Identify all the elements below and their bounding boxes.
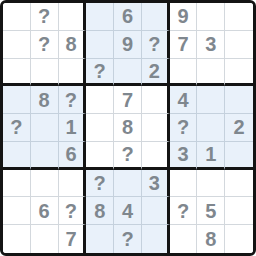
cell-r8c8[interactable]: 5 bbox=[197, 197, 225, 225]
cell-r3c9[interactable] bbox=[225, 59, 253, 87]
cell-r2c7[interactable]: 7 bbox=[170, 31, 198, 59]
given-digit: 6 bbox=[122, 6, 133, 26]
cell-r6c3[interactable]: 6 bbox=[59, 142, 87, 170]
cell-r5c8[interactable] bbox=[197, 114, 225, 142]
hidden-value-mark: ? bbox=[10, 117, 22, 137]
cell-r2c1[interactable] bbox=[3, 31, 31, 59]
cell-r6c5[interactable]: ? bbox=[114, 142, 142, 170]
given-digit: 8 bbox=[205, 229, 216, 249]
given-digit: 8 bbox=[122, 117, 133, 137]
cell-r6c4[interactable] bbox=[86, 142, 114, 170]
cell-r6c6[interactable] bbox=[142, 142, 170, 170]
given-digit: 7 bbox=[65, 229, 76, 249]
cell-r5c1[interactable]: ? bbox=[3, 114, 31, 142]
given-digit: 8 bbox=[65, 34, 76, 54]
cell-r4c1[interactable] bbox=[3, 86, 31, 114]
hidden-value-mark: ? bbox=[148, 34, 160, 54]
cell-r7c9[interactable] bbox=[225, 170, 253, 198]
cell-r3c7[interactable] bbox=[170, 59, 198, 87]
given-digit: 5 bbox=[205, 201, 216, 221]
sudoku-board: ?69?89?73?28?74?18?26?31?36?84?57?8 bbox=[0, 0, 256, 256]
hidden-value-mark: ? bbox=[94, 173, 106, 193]
given-digit: 3 bbox=[205, 34, 216, 54]
cell-r4c8[interactable] bbox=[197, 86, 225, 114]
given-digit: 2 bbox=[149, 61, 160, 81]
cell-r1c7[interactable]: 9 bbox=[170, 3, 198, 31]
cell-r9c4[interactable] bbox=[86, 225, 114, 253]
hidden-value-mark: ? bbox=[65, 90, 77, 110]
cell-r1c6[interactable] bbox=[142, 3, 170, 31]
cell-r1c3[interactable] bbox=[59, 3, 87, 31]
given-digit: 8 bbox=[39, 90, 50, 110]
cell-r7c3[interactable] bbox=[59, 170, 87, 198]
cell-r8c2[interactable]: 6 bbox=[31, 197, 59, 225]
cell-r5c5[interactable]: 8 bbox=[114, 114, 142, 142]
cell-r1c4[interactable] bbox=[86, 3, 114, 31]
hidden-value-mark: ? bbox=[121, 229, 133, 249]
cell-r3c8[interactable] bbox=[197, 59, 225, 87]
cell-r8c3[interactable]: ? bbox=[59, 197, 87, 225]
given-digit: 8 bbox=[94, 201, 105, 221]
hidden-value-mark: ? bbox=[38, 6, 50, 26]
given-digit: 2 bbox=[234, 117, 245, 137]
cell-r3c6[interactable]: 2 bbox=[142, 59, 170, 87]
cell-r7c1[interactable] bbox=[3, 170, 31, 198]
cell-r2c3[interactable]: 8 bbox=[59, 31, 87, 59]
cell-r7c8[interactable] bbox=[197, 170, 225, 198]
cell-r6c7[interactable]: 3 bbox=[170, 142, 198, 170]
cell-r2c2[interactable]: ? bbox=[31, 31, 59, 59]
hidden-value-mark: ? bbox=[38, 34, 50, 54]
cell-r7c6[interactable]: 3 bbox=[142, 170, 170, 198]
hidden-value-mark: ? bbox=[65, 201, 77, 221]
cell-r4c2[interactable]: 8 bbox=[31, 86, 59, 114]
cell-r5c9[interactable]: 2 bbox=[225, 114, 253, 142]
cell-r7c4[interactable]: ? bbox=[86, 170, 114, 198]
cell-r1c1[interactable] bbox=[3, 3, 31, 31]
cell-r4c3[interactable]: ? bbox=[59, 86, 87, 114]
cell-r1c2[interactable]: ? bbox=[31, 3, 59, 31]
cell-r8c9[interactable] bbox=[225, 197, 253, 225]
cell-r5c6[interactable] bbox=[142, 114, 170, 142]
cell-r9c2[interactable] bbox=[31, 225, 59, 253]
cell-r3c1[interactable] bbox=[3, 59, 31, 87]
hidden-value-mark: ? bbox=[94, 61, 106, 81]
given-digit: 7 bbox=[177, 34, 188, 54]
hidden-value-mark: ? bbox=[177, 201, 189, 221]
cell-r5c4[interactable] bbox=[86, 114, 114, 142]
cell-r6c9[interactable] bbox=[225, 142, 253, 170]
cell-r8c5[interactable]: 4 bbox=[114, 197, 142, 225]
cell-r5c2[interactable] bbox=[31, 114, 59, 142]
cell-r1c5[interactable]: 6 bbox=[114, 3, 142, 31]
cell-r2c9[interactable] bbox=[225, 31, 253, 59]
cell-r4c5[interactable]: 7 bbox=[114, 86, 142, 114]
cell-r5c7[interactable]: ? bbox=[170, 114, 198, 142]
cell-r9c9[interactable] bbox=[225, 225, 253, 253]
cell-r7c5[interactable] bbox=[114, 170, 142, 198]
given-digit: 9 bbox=[177, 6, 188, 26]
cell-r3c5[interactable] bbox=[114, 59, 142, 87]
cell-r3c4[interactable]: ? bbox=[86, 59, 114, 87]
cell-r5c3[interactable]: 1 bbox=[59, 114, 87, 142]
cell-r8c4[interactable]: 8 bbox=[86, 197, 114, 225]
cell-r9c5[interactable]: ? bbox=[114, 225, 142, 253]
cell-r2c4[interactable] bbox=[86, 31, 114, 59]
hidden-value-mark: ? bbox=[177, 117, 189, 137]
given-digit: 7 bbox=[122, 90, 133, 110]
cell-r2c5[interactable]: 9 bbox=[114, 31, 142, 59]
cell-r7c7[interactable] bbox=[170, 170, 198, 198]
cell-r9c8[interactable]: 8 bbox=[197, 225, 225, 253]
given-digit: 6 bbox=[39, 201, 50, 221]
cell-r1c8[interactable] bbox=[197, 3, 225, 31]
cell-r9c6[interactable] bbox=[142, 225, 170, 253]
cell-r6c8[interactable]: 1 bbox=[197, 142, 225, 170]
given-digit: 6 bbox=[65, 144, 76, 164]
cell-r4c7[interactable]: 4 bbox=[170, 86, 198, 114]
cell-r2c8[interactable]: 3 bbox=[197, 31, 225, 59]
cell-r8c1[interactable] bbox=[3, 197, 31, 225]
given-digit: 1 bbox=[205, 144, 216, 164]
cell-r8c7[interactable]: ? bbox=[170, 197, 198, 225]
cell-r2c6[interactable]: ? bbox=[142, 31, 170, 59]
cell-r1c9[interactable] bbox=[225, 3, 253, 31]
cell-r6c2[interactable] bbox=[31, 142, 59, 170]
cell-r9c7[interactable] bbox=[170, 225, 198, 253]
given-digit: 9 bbox=[122, 34, 133, 54]
given-digit: 4 bbox=[122, 201, 133, 221]
cell-r3c3[interactable] bbox=[59, 59, 87, 87]
cell-r9c1[interactable] bbox=[3, 225, 31, 253]
given-digit: 3 bbox=[149, 173, 160, 193]
given-digit: 3 bbox=[177, 144, 188, 164]
given-digit: 4 bbox=[177, 90, 188, 110]
hidden-value-mark: ? bbox=[121, 144, 133, 164]
cell-r6c1[interactable] bbox=[3, 142, 31, 170]
cell-r9c3[interactable]: 7 bbox=[59, 225, 87, 253]
cell-r8c6[interactable] bbox=[142, 197, 170, 225]
cell-r4c4[interactable] bbox=[86, 86, 114, 114]
given-digit: 1 bbox=[65, 117, 76, 137]
cell-r4c6[interactable] bbox=[142, 86, 170, 114]
cell-r7c2[interactable] bbox=[31, 170, 59, 198]
cell-r4c9[interactable] bbox=[225, 86, 253, 114]
cell-r3c2[interactable] bbox=[31, 59, 59, 87]
